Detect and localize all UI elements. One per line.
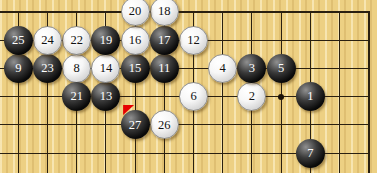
stone-white-18[interactable]: 18 [150, 0, 179, 26]
stone-number: 27 [129, 118, 142, 131]
stone-black-19[interactable]: 19 [91, 26, 120, 55]
stone-number: 12 [187, 33, 200, 46]
stone-black-11[interactable]: 11 [150, 54, 179, 83]
stone-number: 22 [70, 33, 83, 46]
stone-number: 1 [307, 90, 313, 103]
stone-black-27[interactable]: 27 [121, 110, 150, 139]
stone-number: 19 [100, 33, 113, 46]
stone-number: 24 [41, 33, 54, 46]
stone-number: 4 [220, 62, 226, 75]
stone-black-9[interactable]: 9 [4, 54, 33, 83]
stone-number: 2 [249, 90, 255, 103]
stone-number: 8 [74, 62, 80, 75]
stone-black-13[interactable]: 13 [91, 82, 120, 111]
stone-black-25[interactable]: 25 [4, 26, 33, 55]
stone-number: 9 [15, 62, 21, 75]
grid-line-v-9 [281, 11, 282, 173]
stone-number: 17 [158, 33, 171, 46]
stone-number: 25 [12, 33, 25, 46]
grid-line-h-0 [0, 11, 370, 13]
stone-number: 3 [249, 62, 255, 75]
grid-line-v-12 [368, 11, 370, 173]
grid-line-v-11 [339, 11, 340, 173]
stone-number: 7 [307, 146, 313, 159]
stone-number: 26 [158, 118, 171, 131]
stone-white-20[interactable]: 20 [121, 0, 150, 26]
stone-black-17[interactable]: 17 [150, 26, 179, 55]
stone-number: 23 [41, 62, 54, 75]
grid-line-v-7 [222, 11, 223, 173]
stone-white-2[interactable]: 2 [237, 82, 266, 111]
stone-white-4[interactable]: 4 [208, 54, 237, 83]
stone-number: 16 [129, 33, 142, 46]
go-diagram: 1234567891112131415161718192021222324252… [0, 0, 377, 173]
stone-black-3[interactable]: 3 [237, 54, 266, 83]
stone-number: 14 [100, 62, 113, 75]
stone-white-8[interactable]: 8 [62, 54, 91, 83]
stone-black-5[interactable]: 5 [267, 54, 296, 83]
stone-number: 21 [70, 90, 83, 103]
stone-number: 6 [190, 90, 196, 103]
stone-number: 18 [158, 5, 171, 18]
stone-black-1[interactable]: 1 [296, 82, 325, 111]
go-board[interactable]: 1234567891112131415161718192021222324252… [0, 0, 377, 173]
stone-number: 11 [158, 62, 170, 75]
stone-white-12[interactable]: 12 [179, 26, 208, 55]
stone-number: 20 [129, 5, 142, 18]
stone-black-15[interactable]: 15 [121, 54, 150, 83]
star-point-Q16 [278, 94, 284, 100]
stone-white-22[interactable]: 22 [62, 26, 91, 55]
stone-number: 15 [129, 62, 142, 75]
stone-black-21[interactable]: 21 [62, 82, 91, 111]
stone-number: 13 [100, 90, 113, 103]
stone-white-26[interactable]: 26 [150, 110, 179, 139]
stone-white-6[interactable]: 6 [179, 82, 208, 111]
stone-black-23[interactable]: 23 [33, 54, 62, 83]
grid-line-h-4 [0, 124, 370, 125]
stone-white-14[interactable]: 14 [91, 54, 120, 83]
stone-black-7[interactable]: 7 [296, 139, 325, 168]
stone-white-24[interactable]: 24 [33, 26, 62, 55]
stone-number: 5 [278, 62, 284, 75]
stone-white-16[interactable]: 16 [121, 26, 150, 55]
